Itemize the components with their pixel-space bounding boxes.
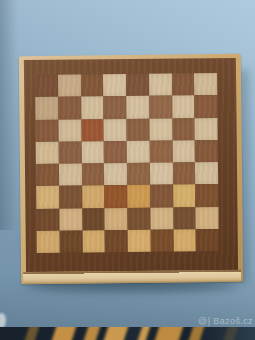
board-square	[82, 186, 105, 208]
board-square	[104, 141, 127, 163]
board-square	[195, 140, 218, 162]
board-square	[150, 229, 173, 251]
board-square	[194, 95, 217, 117]
board-square	[59, 230, 82, 252]
board-square	[196, 229, 219, 251]
board-square	[59, 186, 82, 208]
board-square	[37, 231, 60, 253]
board-square	[82, 208, 105, 230]
wall-corner-shade	[0, 0, 18, 230]
board-square	[150, 185, 173, 207]
board-square	[127, 163, 150, 185]
board-square	[58, 75, 81, 97]
board-square	[81, 74, 104, 96]
board-square	[35, 119, 58, 141]
board-square	[173, 185, 196, 207]
board-square	[81, 119, 104, 141]
board-square	[194, 73, 217, 95]
board-square	[36, 208, 59, 230]
board-square	[149, 118, 172, 140]
photo-scene: @| Bazoš.cz	[0, 0, 255, 340]
board-square	[196, 207, 219, 229]
board-square	[81, 141, 104, 163]
board-square	[58, 119, 81, 141]
board-square	[104, 163, 127, 185]
board-square	[126, 74, 149, 96]
board-square	[104, 119, 127, 141]
board-square	[36, 142, 59, 164]
board-square	[195, 162, 218, 184]
board-square	[58, 141, 81, 163]
board-square	[81, 163, 104, 185]
board-square	[36, 186, 59, 208]
board-square	[103, 96, 126, 118]
board-square	[127, 185, 150, 207]
bazos-watermark: @| Bazoš.cz	[198, 316, 253, 326]
board-square	[126, 118, 149, 140]
board-square	[173, 229, 196, 251]
board-square	[149, 74, 172, 96]
board-square	[82, 230, 105, 252]
board-square	[149, 96, 172, 118]
board-square	[126, 96, 149, 118]
board-square	[59, 208, 82, 230]
board-square	[35, 97, 58, 119]
board-square	[150, 163, 173, 185]
board-square	[172, 140, 195, 162]
board-grid	[35, 73, 219, 253]
board-square	[172, 73, 195, 95]
board-square	[103, 74, 126, 96]
board-square	[172, 162, 195, 184]
board-square	[58, 97, 81, 119]
foreground-chair	[0, 327, 255, 340]
board-square	[104, 185, 127, 207]
board-square	[127, 207, 150, 229]
board-square	[105, 230, 128, 252]
board-square	[35, 75, 58, 97]
board-square	[149, 140, 172, 162]
board-square	[36, 164, 59, 186]
board-square	[172, 96, 195, 118]
board-square	[172, 118, 195, 140]
chess-board	[19, 54, 243, 284]
board-square	[127, 141, 150, 163]
board-square	[173, 207, 196, 229]
board-square	[128, 230, 151, 252]
board-square	[81, 97, 104, 119]
board-square	[195, 184, 218, 206]
board-square	[150, 207, 173, 229]
board-square	[59, 164, 82, 186]
board-square	[195, 118, 218, 140]
board-square	[105, 208, 128, 230]
